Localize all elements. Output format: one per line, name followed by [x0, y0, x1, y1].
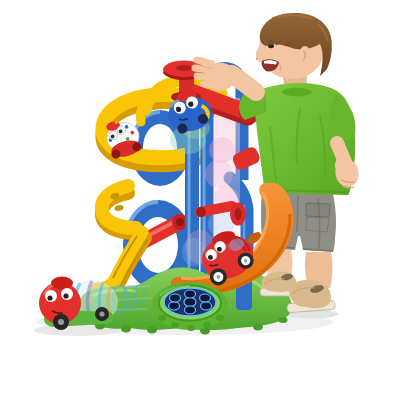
head [256, 13, 332, 79]
product-photo [0, 0, 400, 400]
scene [0, 0, 400, 400]
